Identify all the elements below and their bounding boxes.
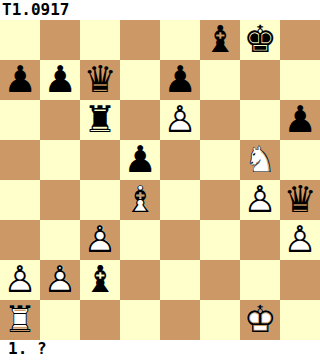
- square-d5[interactable]: ♟: [120, 140, 160, 180]
- piece-glyph: ♟: [0, 60, 40, 100]
- square-e3[interactable]: [160, 220, 200, 260]
- square-b7[interactable]: ♟: [40, 60, 80, 100]
- square-d3[interactable]: [120, 220, 160, 260]
- square-f8[interactable]: ♝: [200, 20, 240, 60]
- square-e5[interactable]: [160, 140, 200, 180]
- piece-outline-glyph: ♙: [0, 260, 40, 300]
- square-d7[interactable]: [120, 60, 160, 100]
- black-rook-c6: ♜: [80, 100, 120, 140]
- white-pawn-a2: ♟♙: [0, 260, 40, 300]
- white-pawn-h3: ♟♙: [280, 220, 320, 260]
- square-d8[interactable]: [120, 20, 160, 60]
- square-d1[interactable]: [120, 300, 160, 340]
- piece-outline-glyph: ♗: [120, 180, 160, 220]
- black-pawn-h6: ♟: [280, 100, 320, 140]
- white-bishop-d4: ♝♗: [120, 180, 160, 220]
- square-h6[interactable]: ♟: [280, 100, 320, 140]
- piece-outline-glyph: ♙: [80, 220, 120, 260]
- square-h3[interactable]: ♟♙: [280, 220, 320, 260]
- piece-outline-glyph: ♙: [40, 260, 80, 300]
- square-e2[interactable]: [160, 260, 200, 300]
- square-c7[interactable]: ♛: [80, 60, 120, 100]
- square-b5[interactable]: [40, 140, 80, 180]
- square-h2[interactable]: [280, 260, 320, 300]
- square-c5[interactable]: [80, 140, 120, 180]
- square-a4[interactable]: [0, 180, 40, 220]
- square-b6[interactable]: [40, 100, 80, 140]
- black-pawn-e7: ♟: [160, 60, 200, 100]
- square-f4[interactable]: [200, 180, 240, 220]
- square-a5[interactable]: [0, 140, 40, 180]
- chess-board: ♝♚♟♟♛♟♜♟♙♟♟♞♘♝♗♟♙♛♟♙♟♙♟♙♟♙♝♜♖♚♔: [0, 20, 320, 340]
- white-rook-a1: ♜♖: [0, 300, 40, 340]
- square-f3[interactable]: [200, 220, 240, 260]
- square-b2[interactable]: ♟♙: [40, 260, 80, 300]
- square-c2[interactable]: ♝: [80, 260, 120, 300]
- square-a1[interactable]: ♜♖: [0, 300, 40, 340]
- square-a6[interactable]: [0, 100, 40, 140]
- black-king-g8: ♚: [240, 20, 280, 60]
- piece-glyph: ♟: [120, 140, 160, 180]
- piece-glyph: ♝: [80, 260, 120, 300]
- square-h8[interactable]: [280, 20, 320, 60]
- square-h1[interactable]: [280, 300, 320, 340]
- white-pawn-g4: ♟♙: [240, 180, 280, 220]
- square-e6[interactable]: ♟♙: [160, 100, 200, 140]
- square-f1[interactable]: [200, 300, 240, 340]
- piece-outline-glyph: ♘: [240, 140, 280, 180]
- square-f7[interactable]: [200, 60, 240, 100]
- square-h5[interactable]: [280, 140, 320, 180]
- black-queen-c7: ♛: [80, 60, 120, 100]
- piece-glyph: ♜: [80, 100, 120, 140]
- square-a8[interactable]: [0, 20, 40, 60]
- white-pawn-e6: ♟♙: [160, 100, 200, 140]
- square-c4[interactable]: [80, 180, 120, 220]
- square-g8[interactable]: ♚: [240, 20, 280, 60]
- square-a2[interactable]: ♟♙: [0, 260, 40, 300]
- black-bishop-f8: ♝: [200, 20, 240, 60]
- square-a7[interactable]: ♟: [0, 60, 40, 100]
- piece-glyph: ♛: [80, 60, 120, 100]
- square-g7[interactable]: [240, 60, 280, 100]
- square-g5[interactable]: ♞♘: [240, 140, 280, 180]
- piece-glyph: ♚: [240, 20, 280, 60]
- black-pawn-b7: ♟: [40, 60, 80, 100]
- white-king-g1: ♚♔: [240, 300, 280, 340]
- piece-glyph: ♝: [200, 20, 240, 60]
- square-d2[interactable]: [120, 260, 160, 300]
- black-pawn-a7: ♟: [0, 60, 40, 100]
- square-c1[interactable]: [80, 300, 120, 340]
- square-g4[interactable]: ♟♙: [240, 180, 280, 220]
- square-e7[interactable]: ♟: [160, 60, 200, 100]
- white-knight-g5: ♞♘: [240, 140, 280, 180]
- piece-glyph: ♟: [160, 60, 200, 100]
- square-b3[interactable]: [40, 220, 80, 260]
- square-c3[interactable]: ♟♙: [80, 220, 120, 260]
- piece-glyph: ♟: [40, 60, 80, 100]
- puzzle-id-title: T1.0917: [0, 0, 320, 20]
- square-f6[interactable]: [200, 100, 240, 140]
- piece-outline-glyph: ♖: [0, 300, 40, 340]
- piece-outline-glyph: ♔: [240, 300, 280, 340]
- move-prompt: 1. ?: [0, 340, 320, 360]
- square-g2[interactable]: [240, 260, 280, 300]
- piece-glyph: ♟: [280, 100, 320, 140]
- white-pawn-b2: ♟♙: [40, 260, 80, 300]
- black-pawn-d5: ♟: [120, 140, 160, 180]
- black-bishop-c2: ♝: [80, 260, 120, 300]
- square-f2[interactable]: [200, 260, 240, 300]
- square-e1[interactable]: [160, 300, 200, 340]
- square-f5[interactable]: [200, 140, 240, 180]
- square-a3[interactable]: [0, 220, 40, 260]
- square-g6[interactable]: [240, 100, 280, 140]
- square-d4[interactable]: ♝♗: [120, 180, 160, 220]
- square-g1[interactable]: ♚♔: [240, 300, 280, 340]
- square-h7[interactable]: [280, 60, 320, 100]
- square-c6[interactable]: ♜: [80, 100, 120, 140]
- square-b8[interactable]: [40, 20, 80, 60]
- piece-outline-glyph: ♙: [160, 100, 200, 140]
- square-b1[interactable]: [40, 300, 80, 340]
- black-queen-h4: ♛: [280, 180, 320, 220]
- square-g3[interactable]: [240, 220, 280, 260]
- square-c8[interactable]: [80, 20, 120, 60]
- white-pawn-c3: ♟♙: [80, 220, 120, 260]
- square-d6[interactable]: [120, 100, 160, 140]
- piece-outline-glyph: ♙: [240, 180, 280, 220]
- square-e8[interactable]: [160, 20, 200, 60]
- square-e4[interactable]: [160, 180, 200, 220]
- square-b4[interactable]: [40, 180, 80, 220]
- piece-glyph: ♛: [280, 180, 320, 220]
- square-h4[interactable]: ♛: [280, 180, 320, 220]
- piece-outline-glyph: ♙: [280, 220, 320, 260]
